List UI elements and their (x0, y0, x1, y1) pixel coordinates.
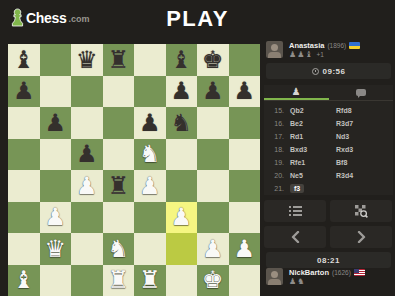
square-e4[interactable]: ♟ (134, 170, 166, 202)
chevron-right-icon (357, 231, 366, 243)
piece-bp[interactable]: ♟ (139, 111, 161, 135)
square-h3[interactable] (229, 202, 261, 234)
square-h1[interactable] (229, 265, 261, 296)
captured-b-icon: ♝ (305, 51, 312, 59)
move-row: 20.Ne5R3d4 (264, 169, 393, 182)
piece-wk[interactable]: ♚ (202, 268, 224, 292)
piece-bk[interactable]: ♚ (202, 48, 224, 72)
square-g8[interactable]: ♚ (197, 44, 229, 76)
move-row: 17.Rd1Nd3 (264, 130, 393, 143)
square-c6[interactable] (71, 107, 103, 139)
piece-wn[interactable]: ♞ (107, 237, 129, 261)
move-number: 16. (270, 120, 284, 127)
tab-moves[interactable]: ♟ (264, 85, 329, 100)
piece-bb[interactable]: ♝ (13, 48, 35, 72)
game-controls (264, 200, 393, 248)
square-d4[interactable]: ♜ (103, 170, 135, 202)
square-c5[interactable]: ♟ (71, 139, 103, 171)
square-e8[interactable] (134, 44, 166, 76)
move-number: 21. (270, 185, 284, 192)
move-white[interactable]: Qb2 (290, 107, 336, 114)
square-g3[interactable] (197, 202, 229, 234)
square-b1[interactable] (40, 265, 72, 296)
square-b2[interactable]: ♛ (40, 233, 72, 265)
ukraine-flag-icon (349, 42, 360, 49)
square-b8[interactable] (40, 44, 72, 76)
square-a6[interactable] (8, 107, 40, 139)
move-white[interactable]: Bxd3 (290, 146, 336, 153)
square-d3[interactable] (103, 202, 135, 234)
move-number: 17. (270, 133, 284, 140)
move-white[interactable]: Rfe1 (290, 159, 336, 166)
square-b3[interactable]: ♟ (40, 202, 72, 234)
square-g4[interactable] (197, 170, 229, 202)
square-h8[interactable] (229, 44, 261, 76)
piece-wr[interactable]: ♜ (139, 268, 161, 292)
move-white[interactable]: Ne5 (290, 172, 336, 179)
square-e2[interactable] (134, 233, 166, 265)
clock-bottom-time: 08:21 (317, 256, 340, 265)
square-h4[interactable] (229, 170, 261, 202)
square-f7[interactable]: ♟ (166, 76, 198, 108)
square-e6[interactable]: ♟ (134, 107, 166, 139)
captured-p-icon: ♟ (289, 51, 296, 59)
square-c8[interactable]: ♛ (71, 44, 103, 76)
square-g5[interactable] (197, 139, 229, 171)
move-list: 15.Qb2Rfd816.Be2R3d717.Rd1Nd318.Bxd3Rxd3… (264, 101, 393, 195)
square-f1[interactable] (166, 265, 198, 296)
material-advantage: +1 (317, 52, 324, 59)
square-f6[interactable]: ♞ (166, 107, 198, 139)
piece-wp[interactable]: ♟ (139, 174, 161, 198)
square-c2[interactable] (71, 233, 103, 265)
piece-bn[interactable]: ♞ (170, 111, 192, 135)
square-f8[interactable]: ♝ (166, 44, 198, 76)
square-a2[interactable] (8, 233, 40, 265)
piece-bp[interactable]: ♟ (76, 142, 98, 166)
square-c3[interactable] (71, 202, 103, 234)
piece-bp[interactable]: ♟ (233, 79, 255, 103)
square-b7[interactable] (40, 76, 72, 108)
square-e5[interactable]: ♞ (134, 139, 166, 171)
player-top[interactable]: Anastasia (1896) ♟♟♝+1 (266, 41, 360, 59)
move-black[interactable]: Bf8 (336, 159, 347, 166)
square-f2[interactable] (166, 233, 198, 265)
piece-br[interactable]: ♜ (107, 48, 129, 72)
piece-wb[interactable]: ♝ (13, 268, 35, 292)
player-top-name[interactable]: Anastasia (289, 41, 324, 50)
chat-bubble-icon (356, 89, 366, 96)
square-a3[interactable] (8, 202, 40, 234)
clock-icon (312, 68, 319, 75)
square-b5[interactable] (40, 139, 72, 171)
square-h7[interactable]: ♟ (229, 76, 261, 108)
piece-bp[interactable]: ♟ (13, 79, 35, 103)
chevron-left-icon (291, 231, 300, 243)
square-f5[interactable] (166, 139, 198, 171)
square-d2[interactable]: ♞ (103, 233, 135, 265)
captured-n-icon: ♞ (297, 278, 304, 286)
forward-button[interactable] (330, 226, 392, 248)
square-d5[interactable] (103, 139, 135, 171)
top-bar: Chess .com PLAY (0, 0, 395, 40)
piece-wq[interactable]: ♛ (44, 237, 66, 261)
piece-wn[interactable]: ♞ (139, 142, 161, 166)
clock-top-time: 09:56 (323, 67, 346, 76)
square-e1[interactable]: ♜ (134, 265, 166, 296)
square-d1[interactable]: ♜ (103, 265, 135, 296)
move-black[interactable]: R3d7 (336, 120, 353, 127)
move-row: 19.Rfe1Bf8 (264, 156, 393, 169)
piece-bq[interactable]: ♛ (76, 48, 98, 72)
move-black[interactable]: Rxd3 (336, 146, 353, 153)
square-d8[interactable]: ♜ (103, 44, 135, 76)
captured-p-icon: ♟ (289, 278, 296, 286)
clock-bottom: 08:21 (266, 252, 391, 268)
square-g2[interactable]: ♟ (197, 233, 229, 265)
move-black[interactable]: R3d4 (336, 172, 353, 179)
player-bottom-rating: (1626) (332, 269, 351, 276)
player-bottom-name[interactable]: NickBarton (289, 268, 329, 277)
move-number: 18. (270, 146, 284, 153)
pawn-icon: ♟ (292, 87, 301, 97)
menu-list-button[interactable] (264, 200, 326, 222)
piece-bp[interactable]: ♟ (202, 79, 224, 103)
square-e7[interactable] (134, 76, 166, 108)
move-panel: ♟ 15.Qb2Rfd816.Be2R3d717.Rd1Nd318.Bxd3Rx… (264, 85, 393, 195)
square-g6[interactable] (197, 107, 229, 139)
piece-wp[interactable]: ♟ (76, 174, 98, 198)
move-row: 21.f3 (264, 182, 393, 195)
square-d7[interactable] (103, 76, 135, 108)
square-g1[interactable]: ♚ (197, 265, 229, 296)
move-white[interactable]: Be2 (290, 120, 336, 127)
move-black[interactable]: Nd3 (336, 133, 349, 140)
square-h6[interactable] (229, 107, 261, 139)
clock-top: 09:56 (266, 63, 391, 79)
square-f3[interactable]: ♟ (166, 202, 198, 234)
avatar-top[interactable] (266, 41, 283, 58)
analysis-button[interactable] (330, 200, 392, 222)
captured-p-icon: ♟ (297, 51, 304, 59)
player-bottom[interactable]: NickBarton (1626) ♟♞ (266, 268, 365, 286)
square-b6[interactable]: ♟ (40, 107, 72, 139)
piece-wr[interactable]: ♜ (107, 268, 129, 292)
avatar-bottom[interactable] (266, 268, 283, 285)
square-e3[interactable] (134, 202, 166, 234)
move-white[interactable]: f3 (290, 184, 304, 193)
piece-bb[interactable]: ♝ (170, 48, 192, 72)
game-sidebar: Anastasia (1896) ♟♟♝+1 09:56 ♟ 15.Qb2Rfd… (264, 40, 393, 296)
move-row: 18.Bxd3Rxd3 (264, 143, 393, 156)
move-number: 20. (270, 172, 284, 179)
square-h2[interactable]: ♟ (229, 233, 261, 265)
piece-wp[interactable]: ♟ (233, 237, 255, 261)
square-b4[interactable] (40, 170, 72, 202)
square-h5[interactable] (229, 139, 261, 171)
usa-flag-icon (354, 269, 365, 276)
piece-bp[interactable]: ♟ (170, 79, 192, 103)
square-c7[interactable] (71, 76, 103, 108)
page-title: PLAY (0, 6, 395, 32)
player-top-rating: (1896) (327, 42, 346, 49)
chess-board[interactable]: ♝♛♜♝♚♟♟♟♟♟♟♞♟♞♟♜♟♟♟♛♞♟♟♝♜♜♚ (8, 44, 260, 296)
move-white[interactable]: Rd1 (290, 133, 336, 140)
piece-wp[interactable]: ♟ (202, 237, 224, 261)
captured-pieces-bottom: ♟♞ (289, 278, 365, 286)
piece-wp[interactable]: ♟ (44, 205, 66, 229)
square-a5[interactable] (8, 139, 40, 171)
board-search-icon (355, 205, 368, 218)
square-a1[interactable]: ♝ (8, 265, 40, 296)
square-c1[interactable] (71, 265, 103, 296)
list-icon (289, 206, 302, 216)
move-black[interactable]: Rfd8 (336, 107, 352, 114)
square-g7[interactable]: ♟ (197, 76, 229, 108)
square-a4[interactable] (8, 170, 40, 202)
square-d6[interactable] (103, 107, 135, 139)
captured-pieces-top: ♟♟♝+1 (289, 51, 360, 59)
square-f4[interactable] (166, 170, 198, 202)
piece-wp[interactable]: ♟ (170, 205, 192, 229)
back-button[interactable] (264, 226, 326, 248)
piece-bp[interactable]: ♟ (44, 111, 66, 135)
tab-chat[interactable] (329, 85, 394, 100)
move-number: 19. (270, 159, 284, 166)
move-number: 15. (270, 107, 284, 114)
move-row: 15.Qb2Rfd8 (264, 104, 393, 117)
square-a7[interactable]: ♟ (8, 76, 40, 108)
move-row: 16.Be2R3d7 (264, 117, 393, 130)
piece-br[interactable]: ♜ (107, 174, 129, 198)
square-c4[interactable]: ♟ (71, 170, 103, 202)
square-a8[interactable]: ♝ (8, 44, 40, 76)
